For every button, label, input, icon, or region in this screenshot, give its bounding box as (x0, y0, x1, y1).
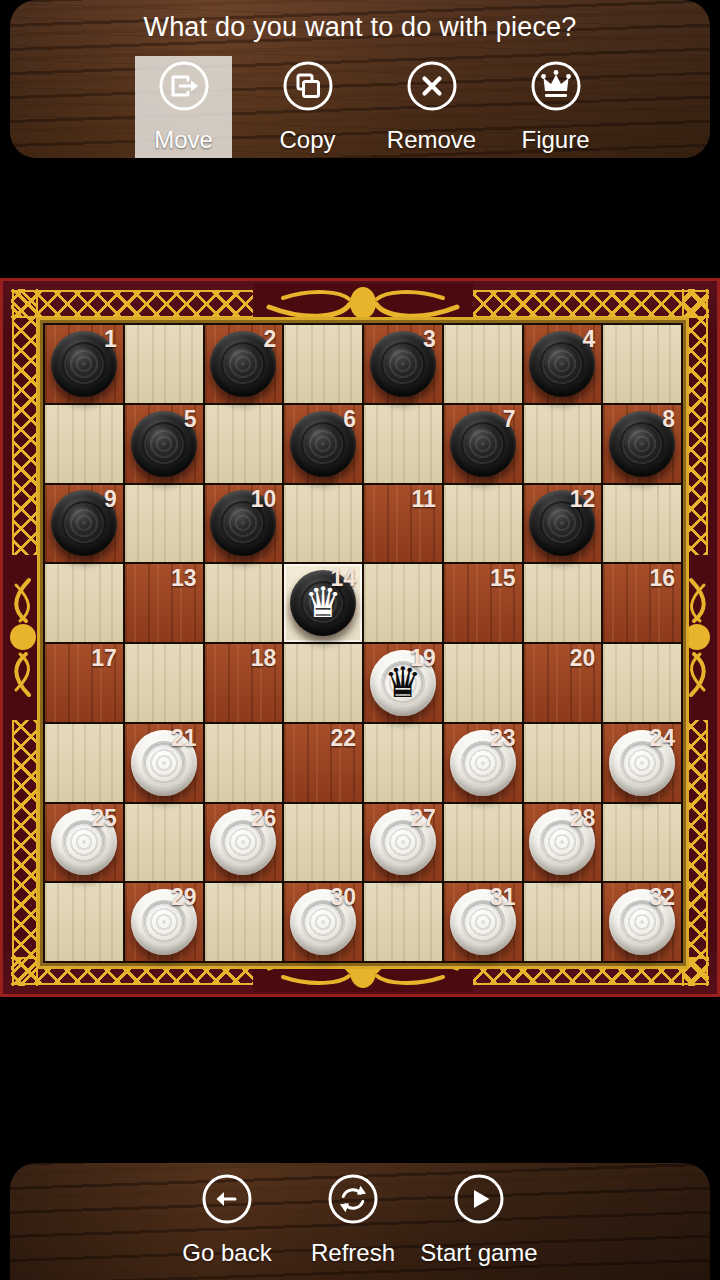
light-square (364, 724, 442, 802)
move-out-icon (158, 60, 210, 112)
refresh-icon (327, 1173, 379, 1225)
square-8[interactable]: 8 (603, 405, 681, 483)
square-number: 9 (104, 486, 117, 513)
square-number: 21 (171, 725, 197, 752)
square-3[interactable]: 3 (364, 325, 442, 403)
light-square (125, 804, 203, 882)
light-square (444, 485, 522, 563)
board-grid: 1234567891011121314♛1516171819♛202122232… (43, 323, 683, 963)
square-number: 3 (423, 326, 436, 353)
square-17[interactable]: 17 (45, 644, 123, 722)
play-icon (453, 1173, 505, 1225)
back-arrow-icon (201, 1173, 253, 1225)
remove-button[interactable]: Remove (383, 56, 480, 158)
start-game-button[interactable]: Start game (422, 1173, 536, 1267)
square-number: 2 (263, 326, 276, 353)
square-number: 30 (330, 884, 356, 911)
light-square (364, 405, 442, 483)
bottom-button-label: Refresh (311, 1239, 395, 1267)
bottom-button-label: Start game (420, 1239, 537, 1267)
light-square (603, 644, 681, 722)
square-number: 16 (649, 565, 675, 592)
square-16[interactable]: 16 (603, 564, 681, 642)
light-square (603, 804, 681, 882)
square-23[interactable]: 23 (444, 724, 522, 802)
square-number: 32 (649, 884, 675, 911)
square-25[interactable]: 25 (45, 804, 123, 882)
crown-icon (530, 60, 582, 112)
light-square (444, 804, 522, 882)
light-square (524, 724, 602, 802)
light-square (284, 644, 362, 722)
copy-button[interactable]: Copy (259, 56, 356, 158)
square-15[interactable]: 15 (444, 564, 522, 642)
light-square (45, 564, 123, 642)
square-number: 29 (171, 884, 197, 911)
square-2[interactable]: 2 (205, 325, 283, 403)
light-square (444, 644, 522, 722)
light-square (45, 883, 123, 961)
square-6[interactable]: 6 (284, 405, 362, 483)
square-29[interactable]: 29 (125, 883, 203, 961)
light-square (524, 883, 602, 961)
square-31[interactable]: 31 (444, 883, 522, 961)
square-number: 14 (330, 565, 356, 592)
square-18[interactable]: 18 (205, 644, 283, 722)
square-number: 23 (490, 725, 516, 752)
light-square (205, 564, 283, 642)
frame-ornament-top-icon (253, 283, 473, 323)
frame-ornament-left-icon (5, 555, 41, 720)
square-24[interactable]: 24 (603, 724, 681, 802)
go-back-button[interactable]: Go back (170, 1173, 284, 1267)
light-square (125, 325, 203, 403)
frame-ornament-right-icon (679, 555, 715, 720)
square-number: 11 (411, 486, 435, 513)
square-number: 27 (410, 805, 436, 832)
action-button-label: Copy (279, 126, 335, 154)
light-square (125, 644, 203, 722)
bottom-button-row: Go backRefreshStart game (10, 1173, 696, 1267)
square-1[interactable]: 1 (45, 325, 123, 403)
light-square (45, 405, 123, 483)
square-30[interactable]: 30 (284, 883, 362, 961)
square-14[interactable]: 14♛ (284, 564, 362, 642)
square-21[interactable]: 21 (125, 724, 203, 802)
light-square (45, 724, 123, 802)
square-19[interactable]: 19♛ (364, 644, 442, 722)
square-4[interactable]: 4 (524, 325, 602, 403)
square-20[interactable]: 20 (524, 644, 602, 722)
square-10[interactable]: 10 (205, 485, 283, 563)
light-square (364, 883, 442, 961)
square-number: 4 (582, 326, 595, 353)
light-square (125, 485, 203, 563)
dialog-title: What do you want to do with piece? (10, 12, 710, 43)
light-square (205, 883, 283, 961)
move-button[interactable]: Move (135, 56, 232, 158)
square-number: 26 (251, 805, 277, 832)
square-number: 5 (184, 406, 197, 433)
checkers-board-frame: 1234567891011121314♛1516171819♛202122232… (0, 278, 720, 997)
bottom-button-label: Go back (182, 1239, 271, 1267)
square-number: 6 (343, 406, 356, 433)
square-32[interactable]: 32 (603, 883, 681, 961)
refresh-button[interactable]: Refresh (296, 1173, 410, 1267)
square-27[interactable]: 27 (364, 804, 442, 882)
action-button-label: Remove (387, 126, 476, 154)
square-5[interactable]: 5 (125, 405, 203, 483)
remove-x-icon (406, 60, 458, 112)
square-number: 25 (91, 805, 117, 832)
square-number: 15 (490, 565, 516, 592)
light-square (524, 405, 602, 483)
square-number: 10 (251, 486, 277, 513)
light-square (603, 325, 681, 403)
action-button-label: Figure (521, 126, 589, 154)
square-number: 22 (330, 725, 356, 752)
square-number: 8 (662, 406, 675, 433)
square-number: 13 (171, 565, 197, 592)
square-number: 31 (490, 884, 516, 911)
square-11[interactable]: 11 (364, 485, 442, 563)
light-square (284, 804, 362, 882)
light-square (524, 564, 602, 642)
square-7[interactable]: 7 (444, 405, 522, 483)
square-number: 20 (570, 645, 596, 672)
square-26[interactable]: 26 (205, 804, 283, 882)
square-22[interactable]: 22 (284, 724, 362, 802)
square-number: 19 (410, 645, 436, 672)
square-number: 7 (503, 406, 516, 433)
light-square (284, 485, 362, 563)
light-square (364, 564, 442, 642)
action-button-label: Move (154, 126, 213, 154)
square-number: 1 (104, 326, 117, 353)
app-screen: What do you want to do with piece? MoveC… (0, 0, 720, 1280)
square-13[interactable]: 13 (125, 564, 203, 642)
light-square (444, 325, 522, 403)
bottom-toolbar: Go backRefreshStart game (10, 1163, 710, 1280)
light-square (205, 724, 283, 802)
square-12[interactable]: 12 (524, 485, 602, 563)
light-square (603, 485, 681, 563)
square-28[interactable]: 28 (524, 804, 602, 882)
piece-action-dialog: What do you want to do with piece? MoveC… (10, 0, 710, 158)
square-number: 18 (251, 645, 277, 672)
light-square (284, 325, 362, 403)
figure-button[interactable]: Figure (507, 56, 604, 158)
light-square (205, 405, 283, 483)
square-number: 17 (91, 645, 117, 672)
dialog-button-row: MoveCopyRemoveFigure (135, 56, 604, 158)
square-number: 28 (570, 805, 596, 832)
copy-icon (282, 60, 334, 112)
square-9[interactable]: 9 (45, 485, 123, 563)
square-number: 12 (570, 486, 596, 513)
square-number: 24 (649, 725, 675, 752)
